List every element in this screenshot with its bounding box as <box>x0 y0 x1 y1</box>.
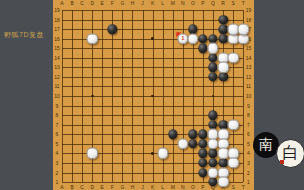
coord-label-right: 19 <box>246 8 252 13</box>
white-stone[interactable] <box>87 148 98 159</box>
coord-label-bottom: J <box>141 184 144 189</box>
coord-label-right: 18 <box>246 17 252 22</box>
coord-label-bottom: F <box>111 184 114 189</box>
coord-label-bottom: M <box>171 184 175 189</box>
coord-label-top: Q <box>211 1 215 6</box>
white-stone[interactable] <box>157 148 168 159</box>
black-stone[interactable] <box>208 53 217 62</box>
black-stone[interactable] <box>198 149 207 158</box>
coord-label-right: 11 <box>246 84 251 89</box>
coord-label-bottom: G <box>120 184 124 189</box>
coord-label-bottom: C <box>80 184 84 189</box>
black-stone[interactable] <box>208 149 217 158</box>
logo-black-char: 南 <box>259 136 273 154</box>
coord-label-left: 19 <box>54 8 60 13</box>
coord-label-bottom: H <box>131 184 135 189</box>
coord-label-left: 14 <box>54 55 60 60</box>
coord-label-right: 15 <box>246 46 252 51</box>
coord-label-bottom: L <box>161 184 164 189</box>
black-stone[interactable] <box>208 110 217 119</box>
white-stone[interactable] <box>217 62 228 73</box>
coord-label-bottom: K <box>151 184 154 189</box>
coord-label-top: N <box>181 1 185 6</box>
black-stone[interactable] <box>188 139 197 148</box>
black-stone[interactable] <box>198 130 207 139</box>
coord-label-top: D <box>90 1 94 6</box>
coord-label-left: 11 <box>54 84 59 89</box>
coord-label-bottom: E <box>101 184 104 189</box>
black-stone[interactable] <box>198 158 207 167</box>
coord-label-left: 9 <box>56 103 59 108</box>
coord-label-bottom: D <box>90 184 94 189</box>
black-stone[interactable] <box>198 34 207 43</box>
star-point <box>151 37 154 40</box>
grid-line-vertical <box>173 10 174 182</box>
white-stone[interactable] <box>187 33 198 44</box>
coord-label-top: C <box>80 1 84 6</box>
coord-label-top: J <box>141 1 144 6</box>
star-point <box>151 152 154 155</box>
coord-label-top: B <box>70 1 73 6</box>
coord-label-top: A <box>60 1 63 6</box>
white-stone[interactable] <box>238 33 249 44</box>
coord-label-top: L <box>161 1 164 6</box>
coord-label-left: 10 <box>54 94 60 99</box>
black-stone[interactable] <box>198 139 207 148</box>
coord-label-left: 13 <box>54 65 60 70</box>
coord-label-left: 15 <box>54 46 60 51</box>
white-stone[interactable] <box>217 176 228 187</box>
white-stone[interactable] <box>207 43 218 54</box>
coord-label-right: 13 <box>246 65 252 70</box>
coord-label-bottom: O <box>191 184 195 189</box>
coord-label-left: 17 <box>54 27 60 32</box>
coord-label-top: O <box>191 1 195 6</box>
coord-label-top: T <box>242 1 245 6</box>
coord-label-left: 18 <box>54 17 60 22</box>
caption-text: 野狐7D复盘 <box>4 30 44 39</box>
coord-label-left: 2 <box>56 170 59 175</box>
black-stone[interactable] <box>208 63 217 72</box>
black-stone[interactable] <box>218 34 227 43</box>
coord-label-right: 2 <box>247 170 250 175</box>
coord-label-bottom: N <box>181 184 185 189</box>
coord-label-top: P <box>201 1 204 6</box>
coord-label-left: 16 <box>54 36 60 41</box>
coord-label-bottom: A <box>60 184 63 189</box>
coord-label-right: 10 <box>246 94 252 99</box>
coord-label-bottom: S <box>232 184 235 189</box>
logo-red-seal <box>280 160 284 164</box>
coord-label-left: 3 <box>56 160 59 165</box>
coord-label-top: H <box>131 1 135 6</box>
coord-label-top: R <box>221 1 225 6</box>
black-stone[interactable] <box>218 24 227 33</box>
black-stone[interactable] <box>108 24 117 33</box>
coord-label-right: 5 <box>247 141 250 146</box>
coord-label-left: 6 <box>56 132 59 137</box>
coord-label-left: 5 <box>56 141 59 146</box>
black-stone[interactable] <box>198 44 207 53</box>
coord-label-top: E <box>101 1 104 6</box>
coord-label-left: 12 <box>54 74 60 79</box>
coord-label-right: 4 <box>247 151 250 156</box>
coord-label-top: G <box>120 1 124 6</box>
logo-white-char: 白 <box>283 143 299 164</box>
coord-label-left: 8 <box>56 113 59 118</box>
black-stone[interactable] <box>168 130 177 139</box>
coord-label-bottom: T <box>242 184 245 189</box>
coord-label-left: 4 <box>56 151 59 156</box>
coord-label-left: 7 <box>56 122 59 127</box>
coord-label-right: 14 <box>246 55 252 60</box>
coord-label-top: F <box>111 1 114 6</box>
white-stone[interactable] <box>177 138 188 149</box>
black-stone[interactable] <box>218 15 227 24</box>
black-stone[interactable] <box>208 177 217 186</box>
coord-label-top: M <box>171 1 175 6</box>
coord-label-bottom: B <box>70 184 73 189</box>
star-point <box>91 95 94 98</box>
white-stone[interactable] <box>227 119 238 130</box>
black-stone[interactable] <box>208 72 217 81</box>
grid-line-horizontal <box>62 106 243 107</box>
white-stone[interactable] <box>87 33 98 44</box>
coord-label-right: 12 <box>246 74 252 79</box>
go-app-screen: 野狐7D复盘 AABBCCDDEEFFGGHHJJKKLLMMNNOOPPQQR… <box>0 0 304 190</box>
logo-white-stone-circle: 白 <box>276 139 304 168</box>
white-stone[interactable] <box>227 52 238 63</box>
black-stone[interactable] <box>188 130 197 139</box>
coord-label-right: 7 <box>247 122 250 127</box>
white-stone[interactable] <box>227 157 238 168</box>
white-stone[interactable] <box>238 23 249 34</box>
coord-label-right: 6 <box>247 132 250 137</box>
coord-label-top: S <box>232 1 235 6</box>
last-move-marker <box>176 32 181 37</box>
black-stone[interactable] <box>198 168 207 177</box>
coord-label-top: K <box>151 1 154 6</box>
coord-label-left: 1 <box>56 180 59 185</box>
go-board[interactable]: AABBCCDDEEFFGGHHJJKKLLMMNNOOPPQQRRSSTT19… <box>53 0 254 190</box>
coord-label-right: 1 <box>247 180 250 185</box>
coord-label-bottom: P <box>201 184 204 189</box>
black-stone[interactable] <box>218 72 227 81</box>
coord-label-right: 8 <box>247 113 250 118</box>
coord-label-right: 9 <box>247 103 250 108</box>
coord-label-right: 3 <box>247 160 250 165</box>
